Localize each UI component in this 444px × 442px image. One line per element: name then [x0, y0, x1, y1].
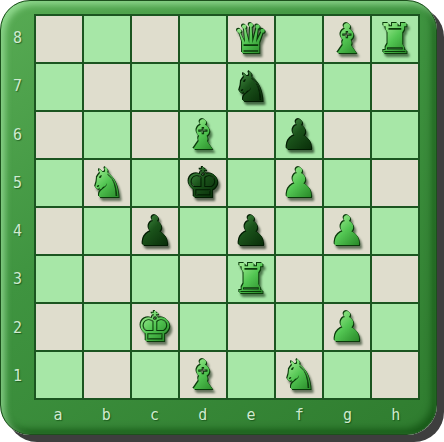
square-e5[interactable] — [228, 160, 274, 206]
square-c4[interactable]: ♟ — [132, 208, 178, 254]
square-d8[interactable] — [180, 16, 226, 62]
piece-white-k-c2[interactable]: ♚ — [137, 307, 174, 348]
square-c1[interactable] — [132, 352, 178, 398]
file-label-b: b — [82, 400, 130, 430]
file-label-c: c — [131, 400, 179, 430]
piece-black-p-e4[interactable]: ♟ — [233, 211, 270, 252]
square-f5[interactable]: ♟ — [276, 160, 322, 206]
square-c7[interactable] — [132, 64, 178, 110]
square-c2[interactable]: ♚ — [132, 304, 178, 350]
square-a1[interactable] — [36, 352, 82, 398]
square-f6[interactable]: ♟ — [276, 112, 322, 158]
piece-black-k-d5[interactable]: ♚ — [185, 163, 222, 204]
square-c3[interactable] — [132, 256, 178, 302]
square-d4[interactable] — [180, 208, 226, 254]
square-f8[interactable] — [276, 16, 322, 62]
square-h8[interactable]: ♜ — [372, 16, 418, 62]
square-b7[interactable] — [84, 64, 130, 110]
rank-label-7: 7 — [1, 62, 34, 110]
board-frame: 87654321 abcdefgh ♛♝♜♞♝♟♞♚♟♟♟♟♜♚♟♝♞ — [0, 0, 437, 435]
square-f2[interactable] — [276, 304, 322, 350]
square-d6[interactable]: ♝ — [180, 112, 226, 158]
rank-label-4: 4 — [1, 207, 34, 255]
rank-label-1: 1 — [1, 352, 34, 400]
file-label-f: f — [275, 400, 323, 430]
square-e6[interactable] — [228, 112, 274, 158]
square-b6[interactable] — [84, 112, 130, 158]
piece-black-n-e7[interactable]: ♞ — [233, 67, 270, 108]
file-label-h: h — [372, 400, 420, 430]
square-h3[interactable] — [372, 256, 418, 302]
square-e1[interactable] — [228, 352, 274, 398]
piece-black-p-f6[interactable]: ♟ — [281, 115, 318, 156]
square-d3[interactable] — [180, 256, 226, 302]
square-c5[interactable] — [132, 160, 178, 206]
square-e3[interactable]: ♜ — [228, 256, 274, 302]
piece-white-p-g2[interactable]: ♟ — [329, 307, 366, 348]
square-f4[interactable] — [276, 208, 322, 254]
file-label-g: g — [324, 400, 372, 430]
piece-white-q-e8[interactable]: ♛ — [233, 19, 270, 60]
square-e7[interactable]: ♞ — [228, 64, 274, 110]
square-e4[interactable]: ♟ — [228, 208, 274, 254]
square-h6[interactable] — [372, 112, 418, 158]
square-f7[interactable] — [276, 64, 322, 110]
square-b8[interactable] — [84, 16, 130, 62]
square-b4[interactable] — [84, 208, 130, 254]
square-h2[interactable] — [372, 304, 418, 350]
square-g7[interactable] — [324, 64, 370, 110]
square-b5[interactable]: ♞ — [84, 160, 130, 206]
square-a8[interactable] — [36, 16, 82, 62]
square-a7[interactable] — [36, 64, 82, 110]
file-label-e: e — [227, 400, 275, 430]
square-g2[interactable]: ♟ — [324, 304, 370, 350]
square-d1[interactable]: ♝ — [180, 352, 226, 398]
piece-white-b-d6[interactable]: ♝ — [185, 115, 222, 156]
square-a2[interactable] — [36, 304, 82, 350]
square-d2[interactable] — [180, 304, 226, 350]
piece-white-b-g8[interactable]: ♝ — [329, 19, 366, 60]
square-b2[interactable] — [84, 304, 130, 350]
rank-label-2: 2 — [1, 304, 34, 352]
square-e8[interactable]: ♛ — [228, 16, 274, 62]
square-c6[interactable] — [132, 112, 178, 158]
square-a3[interactable] — [36, 256, 82, 302]
square-h7[interactable] — [372, 64, 418, 110]
square-g1[interactable] — [324, 352, 370, 398]
square-g3[interactable] — [324, 256, 370, 302]
rank-label-3: 3 — [1, 255, 34, 303]
piece-white-r-e3[interactable]: ♜ — [233, 259, 270, 300]
rank-label-8: 8 — [1, 14, 34, 62]
square-c8[interactable] — [132, 16, 178, 62]
square-h1[interactable] — [372, 352, 418, 398]
piece-white-n-f1[interactable]: ♞ — [281, 355, 318, 396]
piece-white-b-d1[interactable]: ♝ — [185, 355, 222, 396]
file-labels: abcdefgh — [34, 400, 420, 430]
square-d5[interactable]: ♚ — [180, 160, 226, 206]
piece-black-p-c4[interactable]: ♟ — [137, 211, 174, 252]
square-g4[interactable]: ♟ — [324, 208, 370, 254]
square-b3[interactable] — [84, 256, 130, 302]
square-e2[interactable] — [228, 304, 274, 350]
rank-label-5: 5 — [1, 159, 34, 207]
piece-white-p-f5[interactable]: ♟ — [281, 163, 318, 204]
board: ♛♝♜♞♝♟♞♚♟♟♟♟♜♚♟♝♞ — [34, 14, 420, 400]
file-label-a: a — [34, 400, 82, 430]
square-b1[interactable] — [84, 352, 130, 398]
square-g5[interactable] — [324, 160, 370, 206]
square-h4[interactable] — [372, 208, 418, 254]
piece-white-r-h8[interactable]: ♜ — [377, 19, 414, 60]
square-f3[interactable] — [276, 256, 322, 302]
square-d7[interactable] — [180, 64, 226, 110]
square-a4[interactable] — [36, 208, 82, 254]
square-f1[interactable]: ♞ — [276, 352, 322, 398]
square-a5[interactable] — [36, 160, 82, 206]
piece-white-n-b5[interactable]: ♞ — [89, 163, 126, 204]
square-a6[interactable] — [36, 112, 82, 158]
chessboard-app: 87654321 abcdefgh ♛♝♜♞♝♟♞♚♟♟♟♟♜♚♟♝♞ — [0, 0, 444, 442]
square-g8[interactable]: ♝ — [324, 16, 370, 62]
rank-labels: 87654321 — [1, 14, 34, 400]
square-g6[interactable] — [324, 112, 370, 158]
square-h5[interactable] — [372, 160, 418, 206]
piece-white-p-g4[interactable]: ♟ — [329, 211, 366, 252]
rank-label-6: 6 — [1, 111, 34, 159]
file-label-d: d — [179, 400, 227, 430]
